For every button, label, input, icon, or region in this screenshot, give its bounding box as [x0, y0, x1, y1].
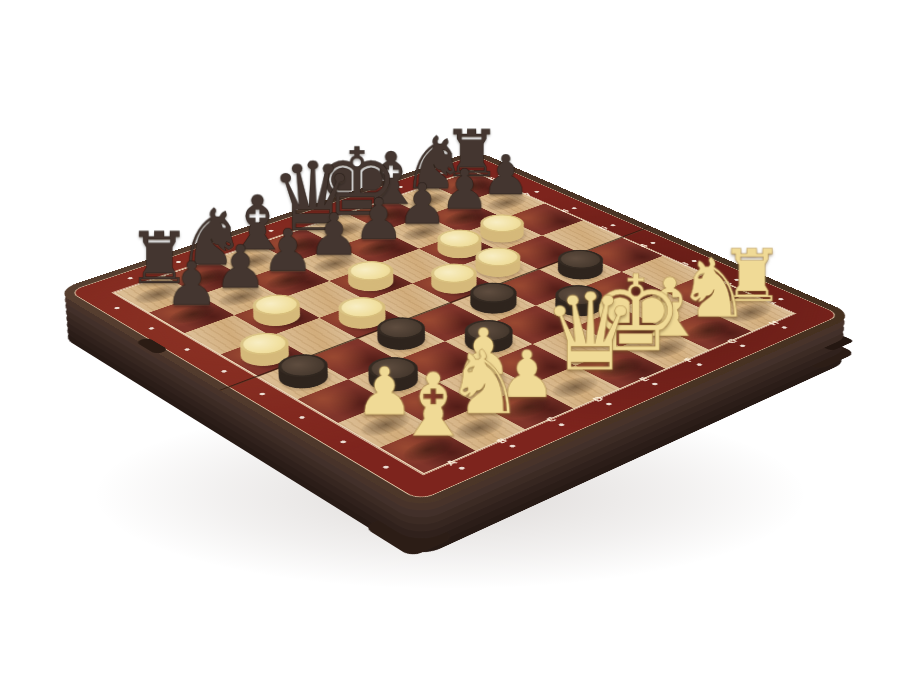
product-photo-stage: A8B7C6D5E4F3G2H1♜♞♝♛♚♝♞♜♟♟♟♟♟♟♟♟♝♞♟♛♚♝♞♜… [0, 0, 903, 677]
